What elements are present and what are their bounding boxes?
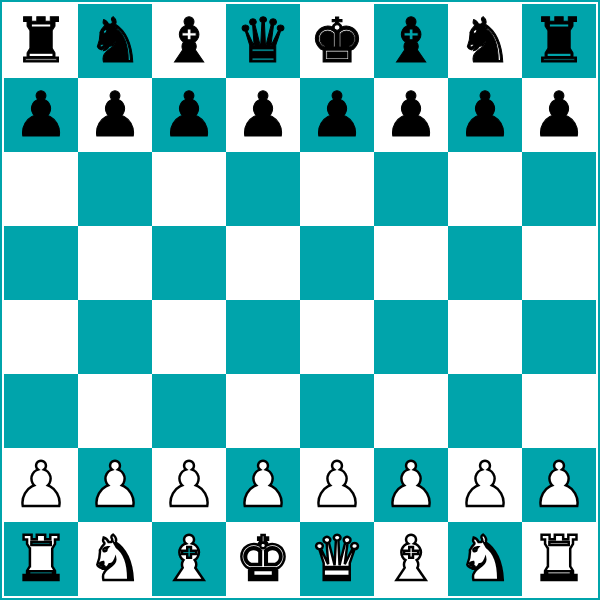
square-h5[interactable] xyxy=(522,226,596,300)
square-d8[interactable]: ♛ xyxy=(226,4,300,78)
square-c1[interactable]: ♝ xyxy=(152,522,226,596)
square-b7[interactable]: ♟ xyxy=(78,78,152,152)
square-e8[interactable]: ♚ xyxy=(300,4,374,78)
black-bishop[interactable]: ♝ xyxy=(161,4,217,78)
black-pawn[interactable]: ♟ xyxy=(235,78,291,152)
square-f4[interactable] xyxy=(374,300,448,374)
square-b4[interactable] xyxy=(78,300,152,374)
square-a2[interactable]: ♟ xyxy=(4,448,78,522)
square-g3[interactable] xyxy=(448,374,522,448)
black-king[interactable]: ♚ xyxy=(309,4,365,78)
square-c2[interactable]: ♟ xyxy=(152,448,226,522)
black-knight[interactable]: ♞ xyxy=(457,4,513,78)
square-e7[interactable]: ♟ xyxy=(300,78,374,152)
square-c4[interactable] xyxy=(152,300,226,374)
square-a1[interactable]: ♜ xyxy=(4,522,78,596)
square-g1[interactable]: ♞ xyxy=(448,522,522,596)
square-f1[interactable]: ♝ xyxy=(374,522,448,596)
square-c6[interactable] xyxy=(152,152,226,226)
black-knight[interactable]: ♞ xyxy=(87,4,143,78)
black-pawn[interactable]: ♟ xyxy=(13,78,69,152)
square-h3[interactable] xyxy=(522,374,596,448)
square-d7[interactable]: ♟ xyxy=(226,78,300,152)
white-bishop[interactable]: ♝ xyxy=(161,522,217,596)
square-h1[interactable]: ♜ xyxy=(522,522,596,596)
square-g7[interactable]: ♟ xyxy=(448,78,522,152)
white-knight[interactable]: ♞ xyxy=(457,522,513,596)
white-pawn[interactable]: ♟ xyxy=(383,448,439,522)
chess-board-frame: ♜♞♝♛♚♝♞♜♟♟♟♟♟♟♟♟♟♟♟♟♟♟♟♟♜♞♝♚♛♝♞♜ xyxy=(0,0,600,600)
square-e6[interactable] xyxy=(300,152,374,226)
square-d5[interactable] xyxy=(226,226,300,300)
square-b1[interactable]: ♞ xyxy=(78,522,152,596)
square-d2[interactable]: ♟ xyxy=(226,448,300,522)
square-e5[interactable] xyxy=(300,226,374,300)
square-d4[interactable] xyxy=(226,300,300,374)
white-pawn[interactable]: ♟ xyxy=(161,448,217,522)
square-a4[interactable] xyxy=(4,300,78,374)
square-h8[interactable]: ♜ xyxy=(522,4,596,78)
square-b3[interactable] xyxy=(78,374,152,448)
square-h2[interactable]: ♟ xyxy=(522,448,596,522)
white-pawn[interactable]: ♟ xyxy=(235,448,291,522)
square-f6[interactable] xyxy=(374,152,448,226)
white-pawn[interactable]: ♟ xyxy=(87,448,143,522)
white-pawn[interactable]: ♟ xyxy=(13,448,69,522)
square-b8[interactable]: ♞ xyxy=(78,4,152,78)
square-b2[interactable]: ♟ xyxy=(78,448,152,522)
square-g5[interactable] xyxy=(448,226,522,300)
square-a7[interactable]: ♟ xyxy=(4,78,78,152)
black-queen[interactable]: ♛ xyxy=(235,4,291,78)
square-d3[interactable] xyxy=(226,374,300,448)
black-pawn[interactable]: ♟ xyxy=(87,78,143,152)
white-pawn[interactable]: ♟ xyxy=(531,448,587,522)
black-rook[interactable]: ♜ xyxy=(531,4,587,78)
black-pawn[interactable]: ♟ xyxy=(161,78,217,152)
square-c8[interactable]: ♝ xyxy=(152,4,226,78)
square-e1[interactable]: ♛ xyxy=(300,522,374,596)
square-b5[interactable] xyxy=(78,226,152,300)
square-f5[interactable] xyxy=(374,226,448,300)
square-g2[interactable]: ♟ xyxy=(448,448,522,522)
white-king[interactable]: ♚ xyxy=(235,522,291,596)
square-g6[interactable] xyxy=(448,152,522,226)
square-c7[interactable]: ♟ xyxy=(152,78,226,152)
square-b6[interactable] xyxy=(78,152,152,226)
square-h4[interactable] xyxy=(522,300,596,374)
black-pawn[interactable]: ♟ xyxy=(309,78,365,152)
black-rook[interactable]: ♜ xyxy=(13,4,69,78)
square-a3[interactable] xyxy=(4,374,78,448)
black-bishop[interactable]: ♝ xyxy=(383,4,439,78)
white-rook[interactable]: ♜ xyxy=(531,522,587,596)
black-pawn[interactable]: ♟ xyxy=(383,78,439,152)
black-pawn[interactable]: ♟ xyxy=(457,78,513,152)
square-g8[interactable]: ♞ xyxy=(448,4,522,78)
square-f7[interactable]: ♟ xyxy=(374,78,448,152)
square-f8[interactable]: ♝ xyxy=(374,4,448,78)
square-a8[interactable]: ♜ xyxy=(4,4,78,78)
square-h7[interactable]: ♟ xyxy=(522,78,596,152)
square-a6[interactable] xyxy=(4,152,78,226)
white-rook[interactable]: ♜ xyxy=(13,522,69,596)
square-h6[interactable] xyxy=(522,152,596,226)
chess-board: ♜♞♝♛♚♝♞♜♟♟♟♟♟♟♟♟♟♟♟♟♟♟♟♟♜♞♝♚♛♝♞♜ xyxy=(4,4,596,596)
white-queen[interactable]: ♛ xyxy=(309,522,365,596)
white-pawn[interactable]: ♟ xyxy=(457,448,513,522)
white-knight[interactable]: ♞ xyxy=(87,522,143,596)
square-d1[interactable]: ♚ xyxy=(226,522,300,596)
white-bishop[interactable]: ♝ xyxy=(383,522,439,596)
square-e4[interactable] xyxy=(300,300,374,374)
square-e3[interactable] xyxy=(300,374,374,448)
square-d6[interactable] xyxy=(226,152,300,226)
square-c3[interactable] xyxy=(152,374,226,448)
square-c5[interactable] xyxy=(152,226,226,300)
square-f2[interactable]: ♟ xyxy=(374,448,448,522)
black-pawn[interactable]: ♟ xyxy=(531,78,587,152)
square-e2[interactable]: ♟ xyxy=(300,448,374,522)
square-a5[interactable] xyxy=(4,226,78,300)
square-f3[interactable] xyxy=(374,374,448,448)
square-g4[interactable] xyxy=(448,300,522,374)
white-pawn[interactable]: ♟ xyxy=(309,448,365,522)
